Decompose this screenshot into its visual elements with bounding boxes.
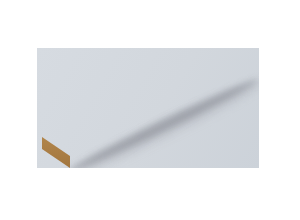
photo-background bbox=[37, 48, 259, 168]
board-front-face bbox=[37, 48, 259, 168]
product-photo bbox=[0, 0, 300, 220]
board-left-end-face bbox=[37, 48, 259, 168]
